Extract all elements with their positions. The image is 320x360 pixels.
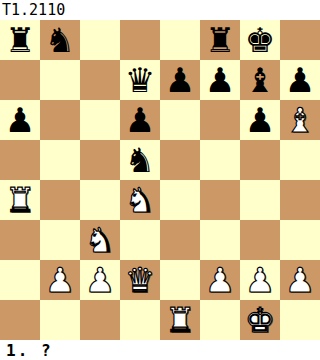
- black-pawn-piece: ♟: [200, 60, 240, 100]
- square-e8[interactable]: [160, 20, 200, 60]
- square-a3[interactable]: [0, 220, 40, 260]
- square-f4[interactable]: [200, 180, 240, 220]
- square-d5[interactable]: ♞: [120, 140, 160, 180]
- square-d4[interactable]: ♞: [120, 180, 160, 220]
- square-c2[interactable]: ♟: [80, 260, 120, 300]
- square-e1[interactable]: ♜: [160, 300, 200, 340]
- square-b4[interactable]: [40, 180, 80, 220]
- black-bishop-piece: ♝: [240, 60, 280, 100]
- square-f5[interactable]: [200, 140, 240, 180]
- square-a7[interactable]: [0, 60, 40, 100]
- square-f8[interactable]: ♜: [200, 20, 240, 60]
- square-d6[interactable]: ♟: [120, 100, 160, 140]
- white-pawn-piece: ♟: [200, 260, 240, 300]
- square-a6[interactable]: ♟: [0, 100, 40, 140]
- square-c7[interactable]: [80, 60, 120, 100]
- square-h2[interactable]: ♟: [280, 260, 320, 300]
- square-g3[interactable]: [240, 220, 280, 260]
- square-c5[interactable]: [80, 140, 120, 180]
- square-e4[interactable]: [160, 180, 200, 220]
- square-f2[interactable]: ♟: [200, 260, 240, 300]
- black-knight-piece: ♞: [120, 140, 160, 180]
- square-c1[interactable]: [80, 300, 120, 340]
- square-d3[interactable]: [120, 220, 160, 260]
- square-f1[interactable]: [200, 300, 240, 340]
- white-rook-piece: ♜: [160, 300, 200, 340]
- square-b6[interactable]: [40, 100, 80, 140]
- square-h5[interactable]: [280, 140, 320, 180]
- chess-board: ♜♞♜♚♛♟♟♝♟♟♟♟♝♞♜♞♞♟♟♛♟♟♟♜♚: [0, 20, 320, 340]
- square-b3[interactable]: [40, 220, 80, 260]
- square-b1[interactable]: [40, 300, 80, 340]
- square-a1[interactable]: [0, 300, 40, 340]
- black-rook-piece: ♜: [200, 20, 240, 60]
- square-b2[interactable]: ♟: [40, 260, 80, 300]
- square-f6[interactable]: [200, 100, 240, 140]
- square-e5[interactable]: [160, 140, 200, 180]
- puzzle-id-label: T1.2110: [2, 1, 65, 19]
- square-g2[interactable]: ♟: [240, 260, 280, 300]
- square-g8[interactable]: ♚: [240, 20, 280, 60]
- square-g7[interactable]: ♝: [240, 60, 280, 100]
- black-pawn-piece: ♟: [120, 100, 160, 140]
- square-c6[interactable]: [80, 100, 120, 140]
- white-pawn-piece: ♟: [240, 260, 280, 300]
- square-h4[interactable]: [280, 180, 320, 220]
- square-g5[interactable]: [240, 140, 280, 180]
- black-rook-piece: ♜: [0, 20, 40, 60]
- square-h8[interactable]: [280, 20, 320, 60]
- square-h6[interactable]: ♝: [280, 100, 320, 140]
- black-pawn-piece: ♟: [280, 60, 320, 100]
- square-g4[interactable]: [240, 180, 280, 220]
- black-knight-piece: ♞: [40, 20, 80, 60]
- square-d8[interactable]: [120, 20, 160, 60]
- square-c8[interactable]: [80, 20, 120, 60]
- chess-puzzle-page: T1.2110 ♜♞♜♚♛♟♟♝♟♟♟♟♝♞♜♞♞♟♟♛♟♟♟♜♚ 1. ?: [0, 0, 320, 360]
- white-pawn-piece: ♟: [40, 260, 80, 300]
- square-a2[interactable]: [0, 260, 40, 300]
- square-e2[interactable]: [160, 260, 200, 300]
- black-queen-piece: ♛: [120, 60, 160, 100]
- square-d1[interactable]: [120, 300, 160, 340]
- white-pawn-piece: ♟: [280, 260, 320, 300]
- square-a5[interactable]: [0, 140, 40, 180]
- square-e7[interactable]: ♟: [160, 60, 200, 100]
- white-pawn-piece: ♟: [80, 260, 120, 300]
- square-d2[interactable]: ♛: [120, 260, 160, 300]
- square-b5[interactable]: [40, 140, 80, 180]
- white-knight-piece: ♞: [80, 220, 120, 260]
- square-a8[interactable]: ♜: [0, 20, 40, 60]
- square-h1[interactable]: [280, 300, 320, 340]
- square-d7[interactable]: ♛: [120, 60, 160, 100]
- square-h3[interactable]: [280, 220, 320, 260]
- square-b7[interactable]: [40, 60, 80, 100]
- square-g1[interactable]: ♚: [240, 300, 280, 340]
- square-e3[interactable]: [160, 220, 200, 260]
- square-b8[interactable]: ♞: [40, 20, 80, 60]
- black-pawn-piece: ♟: [240, 100, 280, 140]
- black-pawn-piece: ♟: [0, 100, 40, 140]
- square-a4[interactable]: ♜: [0, 180, 40, 220]
- square-c4[interactable]: [80, 180, 120, 220]
- white-bishop-piece: ♝: [280, 100, 320, 140]
- white-knight-piece: ♞: [120, 180, 160, 220]
- white-queen-piece: ♛: [120, 260, 160, 300]
- square-f7[interactable]: ♟: [200, 60, 240, 100]
- move-prompt: 1. ?: [6, 341, 53, 360]
- square-c3[interactable]: ♞: [80, 220, 120, 260]
- white-rook-piece: ♜: [0, 180, 40, 220]
- square-h7[interactable]: ♟: [280, 60, 320, 100]
- square-f3[interactable]: [200, 220, 240, 260]
- square-g6[interactable]: ♟: [240, 100, 280, 140]
- black-king-piece: ♚: [240, 20, 280, 60]
- white-king-piece: ♚: [240, 300, 280, 340]
- square-e6[interactable]: [160, 100, 200, 140]
- black-pawn-piece: ♟: [160, 60, 200, 100]
